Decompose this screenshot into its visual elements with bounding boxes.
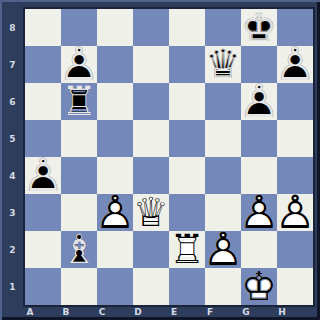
black-king-outline: ♔ (241, 6, 277, 46)
chess-diagram-frame: 87654321 ♚♔♟♙♛♕♟♙♜♖♟♙♟♙♟♙♛♕♟♙♟♙♝♗♜♖♟♙♚♔ … (0, 0, 320, 320)
square-a7[interactable] (25, 46, 61, 83)
square-e5[interactable] (169, 120, 205, 157)
rank-label-6: 6 (0, 83, 25, 120)
file-label-e: E (156, 305, 192, 318)
square-c5[interactable] (97, 120, 133, 157)
square-c3[interactable]: ♟♙ (97, 194, 133, 231)
square-f1[interactable] (205, 268, 241, 305)
rank-labels: 87654321 (0, 9, 25, 305)
square-h1[interactable] (277, 268, 313, 305)
square-d5[interactable] (133, 120, 169, 157)
square-g1[interactable]: ♚♔ (241, 268, 277, 305)
rank-label-1: 1 (0, 268, 25, 305)
file-label-g: G (228, 305, 264, 318)
piece-black-queen[interactable]: ♛♕ (205, 46, 241, 83)
rank-label-3: 3 (0, 194, 25, 231)
piece-white-pawn[interactable]: ♟♙ (277, 194, 313, 231)
piece-white-rook[interactable]: ♜♖ (169, 231, 205, 268)
piece-black-king[interactable]: ♚♔ (241, 9, 277, 46)
board: ♚♔♟♙♛♕♟♙♜♖♟♙♟♙♟♙♛♕♟♙♟♙♝♗♜♖♟♙♚♔ (25, 9, 313, 305)
black-pawn-outline: ♙ (274, 40, 315, 86)
square-g8[interactable]: ♚♔ (241, 9, 277, 46)
square-f7[interactable]: ♛♕ (205, 46, 241, 83)
rank-label-2: 2 (0, 231, 25, 268)
square-h5[interactable] (277, 120, 313, 157)
square-d8[interactable] (133, 9, 169, 46)
square-c6[interactable] (97, 83, 133, 120)
square-c2[interactable] (97, 231, 133, 268)
square-h6[interactable] (277, 83, 313, 120)
square-e8[interactable] (169, 9, 205, 46)
black-pawn-outline: ♙ (22, 151, 63, 197)
white-king-outline: ♔ (241, 265, 277, 305)
black-pawn-outline: ♙ (238, 77, 279, 123)
black-bishop-outline: ♗ (61, 228, 97, 268)
white-pawn-outline: ♙ (94, 188, 135, 234)
square-c7[interactable] (97, 46, 133, 83)
piece-white-queen[interactable]: ♛♕ (133, 194, 169, 231)
square-a8[interactable] (25, 9, 61, 46)
file-label-d: D (120, 305, 156, 318)
square-h2[interactable] (277, 231, 313, 268)
piece-black-pawn[interactable]: ♟♙ (277, 46, 313, 83)
piece-white-pawn[interactable]: ♟♙ (205, 231, 241, 268)
square-f6[interactable] (205, 83, 241, 120)
white-queen-outline: ♕ (133, 191, 169, 231)
square-d6[interactable] (133, 83, 169, 120)
piece-black-pawn[interactable]: ♟♙ (241, 83, 277, 120)
piece-black-bishop[interactable]: ♝♗ (61, 231, 97, 268)
square-a2[interactable] (25, 231, 61, 268)
square-g3[interactable]: ♟♙ (241, 194, 277, 231)
black-rook-outline: ♖ (61, 80, 97, 120)
square-b2[interactable]: ♝♗ (61, 231, 97, 268)
square-f4[interactable] (205, 157, 241, 194)
square-e1[interactable] (169, 268, 205, 305)
square-f5[interactable] (205, 120, 241, 157)
square-d2[interactable] (133, 231, 169, 268)
square-e7[interactable] (169, 46, 205, 83)
square-d1[interactable] (133, 268, 169, 305)
piece-white-king[interactable]: ♚♔ (241, 268, 277, 305)
file-label-b: B (48, 305, 84, 318)
black-queen-outline: ♕ (205, 43, 241, 83)
file-label-h: H (264, 305, 300, 318)
square-h7[interactable]: ♟♙ (277, 46, 313, 83)
square-e6[interactable] (169, 83, 205, 120)
square-c1[interactable] (97, 268, 133, 305)
white-pawn-outline: ♙ (274, 188, 315, 234)
rank-label-7: 7 (0, 46, 25, 83)
file-labels: ABCDEFGH (12, 305, 300, 318)
square-e4[interactable] (169, 157, 205, 194)
square-a3[interactable] (25, 194, 61, 231)
white-rook-outline: ♖ (169, 228, 205, 268)
rank-label-5: 5 (0, 120, 25, 157)
piece-black-pawn[interactable]: ♟♙ (25, 157, 61, 194)
rank-label-8: 8 (0, 9, 25, 46)
square-b5[interactable] (61, 120, 97, 157)
square-b4[interactable] (61, 157, 97, 194)
square-b6[interactable]: ♜♖ (61, 83, 97, 120)
piece-black-rook[interactable]: ♜♖ (61, 83, 97, 120)
square-a4[interactable]: ♟♙ (25, 157, 61, 194)
square-b1[interactable] (61, 268, 97, 305)
square-d3[interactable]: ♛♕ (133, 194, 169, 231)
square-h3[interactable]: ♟♙ (277, 194, 313, 231)
square-e2[interactable]: ♜♖ (169, 231, 205, 268)
white-pawn-outline: ♙ (202, 225, 243, 271)
square-c8[interactable] (97, 9, 133, 46)
file-label-c: C (84, 305, 120, 318)
piece-white-pawn[interactable]: ♟♙ (241, 194, 277, 231)
square-f2[interactable]: ♟♙ (205, 231, 241, 268)
square-g6[interactable]: ♟♙ (241, 83, 277, 120)
square-g5[interactable] (241, 120, 277, 157)
piece-white-pawn[interactable]: ♟♙ (97, 194, 133, 231)
rank-label-4: 4 (0, 157, 25, 194)
square-a1[interactable] (25, 268, 61, 305)
file-label-f: F (192, 305, 228, 318)
square-d7[interactable] (133, 46, 169, 83)
square-a6[interactable] (25, 83, 61, 120)
file-label-a: A (12, 305, 48, 318)
